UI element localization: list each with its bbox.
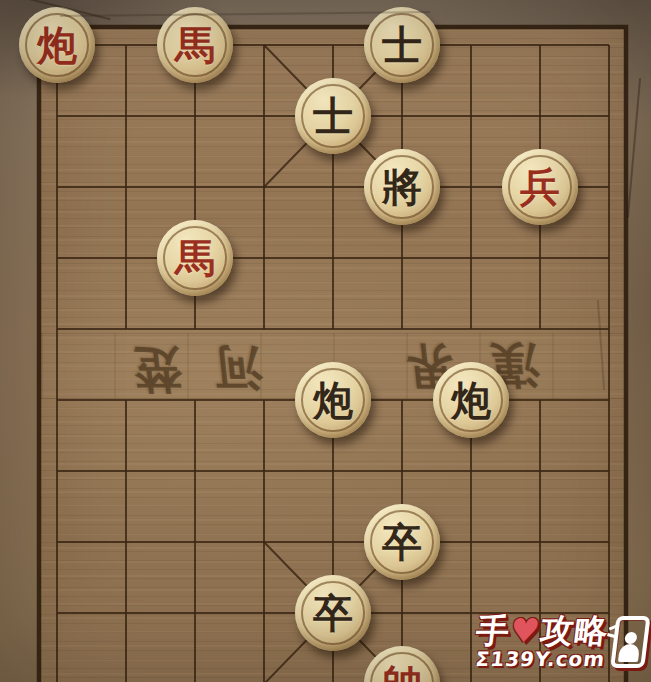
piece-red-soldier-h3[interactable]: 兵 [502, 149, 578, 225]
piece-glyph: 將 [364, 149, 440, 225]
piece-glyph: 炮 [433, 362, 509, 438]
piece-glyph: 炮 [295, 362, 371, 438]
piece-red-cannon-a1[interactable]: 炮 [19, 7, 95, 83]
piece-black-general-f3[interactable]: 將 [364, 149, 440, 225]
piece-red-general-f10[interactable]: 帥 [364, 646, 440, 682]
piece-black-soldier-e9[interactable]: 卒 [295, 575, 371, 651]
piece-glyph: 帥 [364, 646, 440, 682]
piece-glyph: 馬 [157, 7, 233, 83]
xiangqi-screenshot: 楚河界漢 炮馬士士將兵馬炮炮卒卒帥 手♥攻略 Σ139Y.com [0, 0, 651, 682]
piece-black-advisor-e2[interactable]: 士 [295, 78, 371, 154]
river-char-2: 河 [195, 337, 282, 401]
piece-black-soldier-f8[interactable]: 卒 [364, 504, 440, 580]
piece-glyph: 兵 [502, 149, 578, 225]
piece-glyph: 卒 [364, 504, 440, 580]
piece-glyph: 士 [295, 78, 371, 154]
piece-black-cannon-g6[interactable]: 炮 [433, 362, 509, 438]
river-char-1: 楚 [115, 339, 202, 403]
piece-black-advisor-f1[interactable]: 士 [364, 7, 440, 83]
piece-glyph: 炮 [19, 7, 95, 83]
piece-red-horse-c1[interactable]: 馬 [157, 7, 233, 83]
piece-glyph: 卒 [295, 575, 371, 651]
piece-red-horse-c4[interactable]: 馬 [157, 220, 233, 296]
piece-glyph: 士 [364, 7, 440, 83]
piece-black-cannon-e6[interactable]: 炮 [295, 362, 371, 438]
piece-glyph: 馬 [157, 220, 233, 296]
